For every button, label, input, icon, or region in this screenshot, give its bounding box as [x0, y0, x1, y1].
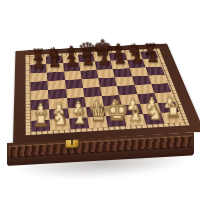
chess-set-photo: ♜♞♝♛♚♝♞♜♟♟♟♟♟♟♟♟♟♟♟♟♟♟♟♟♜♞♝♛♚♝♞♜ [0, 0, 200, 200]
square-h5[interactable] [148, 75, 168, 85]
piece-white-rook[interactable]: ♜ [20, 110, 61, 129]
square-h6[interactable] [145, 66, 164, 75]
board-perspective-stage: ♜♞♝♛♚♝♞♜♟♟♟♟♟♟♟♟♟♟♟♟♟♟♟♟♜♞♝♛♚♝♞♜ [0, 0, 200, 200]
board-frame: ♜♞♝♛♚♝♞♜♟♟♟♟♟♟♟♟♟♟♟♟♟♟♟♟♜♞♝♛♚♝♞♜ [13, 43, 200, 143]
square-e6[interactable] [97, 69, 115, 78]
square-a1[interactable]: ♜ [31, 120, 50, 132]
decorative-border-band: ♜♞♝♛♚♝♞♜♟♟♟♟♟♟♟♟♟♟♟♟♟♟♟♟♜♞♝♛♚♝♞♜ [26, 49, 190, 136]
square-e4[interactable] [100, 86, 119, 96]
square-b5[interactable] [48, 80, 66, 90]
square-f4[interactable] [117, 85, 137, 95]
square-e5[interactable] [98, 77, 117, 87]
square-d6[interactable] [80, 70, 98, 79]
square-c6[interactable] [64, 71, 82, 80]
chess-board: ♜♞♝♛♚♝♞♜♟♟♟♟♟♟♟♟♟♟♟♟♟♟♟♟♜♞♝♛♚♝♞♜ [30, 51, 183, 132]
square-b4[interactable] [48, 89, 66, 99]
piece-black-pawn[interactable]: ♟ [21, 57, 57, 71]
